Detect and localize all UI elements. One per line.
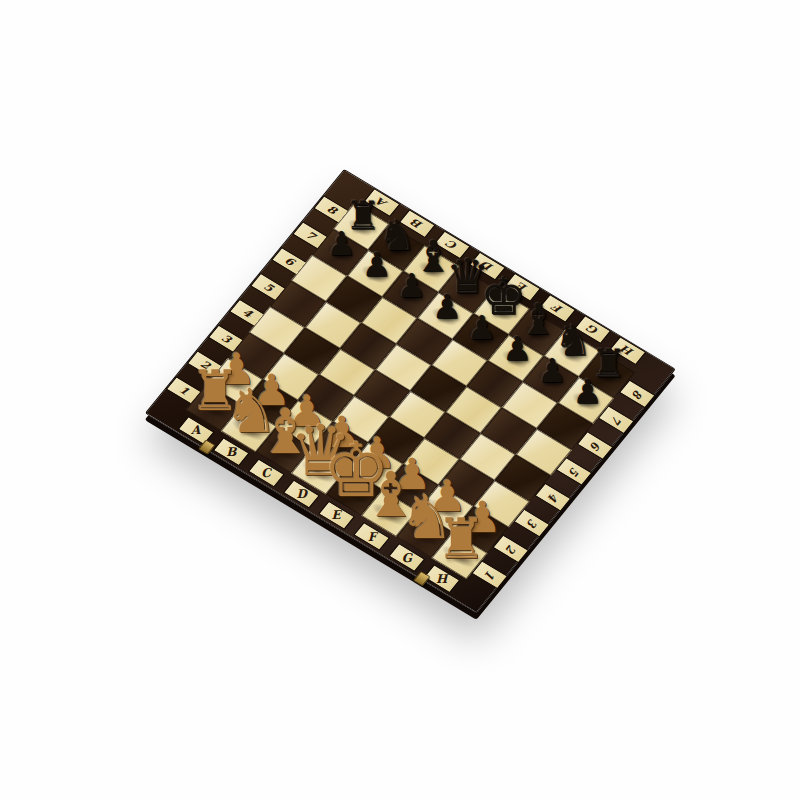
piece-black-pawn-d7[interactable]: ♟: [430, 290, 463, 323]
piece-black-pawn-a7[interactable]: ♟: [324, 226, 357, 259]
squares-grid: ♜♞♝♛♚♝♞♜♟♟♟♟♟♟♟♟♟♟♟♟♟♟♟♟♜♞♝♛♚♝♞♜: [186, 203, 636, 579]
piece-black-pawn-e7[interactable]: ♟: [465, 311, 498, 344]
photo-background: 8877665544332211AABBCCDDEEFFGGHH ♜♞♝♛♚♝♞…: [0, 0, 800, 800]
chess-board: 8877665544332211AABBCCDDEEFFGGHH ♜♞♝♛♚♝♞…: [145, 169, 676, 613]
piece-white-rook-h1[interactable]: ♜: [433, 511, 489, 567]
piece-black-pawn-f7[interactable]: ♟: [500, 332, 533, 365]
piece-black-pawn-g7[interactable]: ♟: [535, 353, 568, 386]
piece-black-pawn-h7[interactable]: ♟: [570, 374, 603, 407]
piece-black-pawn-b7[interactable]: ♟: [360, 247, 393, 280]
piece-black-pawn-c7[interactable]: ♟: [395, 269, 428, 302]
